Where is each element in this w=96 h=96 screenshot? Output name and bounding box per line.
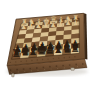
piece-light-pawn: ♟ [21, 24, 27, 30]
piece-light-pawn: ♟ [65, 20, 71, 26]
chess-set-photo: ♜♞♝♚♛♝♞♜♟♟♟♟♟♟♟♟♟♟♟♟♟♟♟♟♜♞♝♚♛♝♞♜ [0, 0, 96, 96]
piece-light-pawn: ♟ [43, 22, 49, 28]
piece-dark-rook: ♜ [70, 42, 80, 53]
piece-light-pawn: ♟ [73, 19, 79, 25]
piece-light-pawn: ♟ [35, 22, 41, 28]
piece-light-pawn: ♟ [50, 21, 56, 27]
pieces-layer: ♜♞♝♚♛♝♞♜♟♟♟♟♟♟♟♟♟♟♟♟♟♟♟♟♜♞♝♚♛♝♞♜ [0, 0, 96, 96]
piece-light-pawn: ♟ [58, 20, 64, 26]
piece-light-pawn: ♟ [28, 23, 34, 29]
